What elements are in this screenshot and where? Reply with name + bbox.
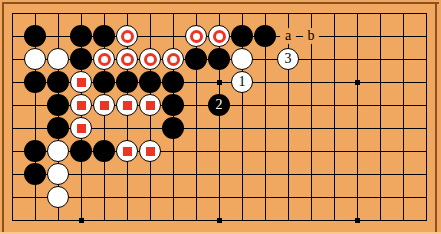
black-stone	[162, 71, 184, 93]
white-stone	[47, 163, 69, 185]
circle-mark	[213, 30, 226, 43]
circle-mark	[121, 30, 134, 43]
star-point	[355, 80, 360, 85]
white-stone-circle-marked	[185, 25, 207, 47]
circle-mark	[98, 53, 111, 66]
black-stone	[254, 25, 276, 47]
black-stone	[47, 117, 69, 139]
black-stone	[231, 25, 253, 47]
board-label-a: a	[280, 28, 296, 44]
white-stone	[47, 186, 69, 208]
white-stone-square-marked	[116, 140, 138, 162]
white-stone	[231, 48, 253, 70]
square-mark	[123, 101, 132, 110]
white-stone-circle-marked	[208, 25, 230, 47]
circle-mark	[121, 53, 134, 66]
black-stone	[93, 71, 115, 93]
board-label-b: b	[303, 28, 319, 44]
black-stone	[24, 163, 46, 185]
board-frame-top	[2, 2, 439, 4]
white-stone-numbered-3: 3	[277, 48, 299, 70]
black-stone-numbered-2: 2	[208, 94, 230, 116]
square-mark	[77, 124, 86, 133]
white-stone	[24, 48, 46, 70]
circle-mark	[144, 53, 157, 66]
black-stone	[208, 48, 230, 70]
white-stone-numbered-1: 1	[231, 71, 253, 93]
black-stone	[93, 140, 115, 162]
board-bottom-edge	[0, 232, 441, 234]
square-mark	[146, 147, 155, 156]
white-stone-circle-marked	[116, 48, 138, 70]
black-stone	[24, 140, 46, 162]
star-point	[217, 80, 222, 85]
black-stone	[47, 94, 69, 116]
black-stone	[162, 117, 184, 139]
star-point	[79, 218, 84, 223]
black-stone	[162, 94, 184, 116]
white-stone-square-marked	[70, 94, 92, 116]
white-stone-circle-marked	[162, 48, 184, 70]
white-stone-circle-marked	[139, 48, 161, 70]
move-number: 2	[216, 98, 223, 112]
white-stone-square-marked	[116, 94, 138, 116]
white-stone	[47, 140, 69, 162]
black-stone	[70, 48, 92, 70]
square-mark	[100, 101, 109, 110]
circle-mark	[190, 30, 203, 43]
black-stone	[185, 48, 207, 70]
square-mark	[146, 101, 155, 110]
white-stone-circle-marked	[116, 25, 138, 47]
star-point	[355, 218, 360, 223]
white-stone-square-marked	[70, 71, 92, 93]
square-mark	[77, 101, 86, 110]
white-stone-square-marked	[70, 117, 92, 139]
star-point	[217, 218, 222, 223]
board-frame-right	[435, 2, 437, 234]
black-stone	[70, 140, 92, 162]
black-stone	[93, 25, 115, 47]
board-frame-left	[2, 2, 4, 234]
move-number: 3	[285, 52, 292, 66]
black-stone	[139, 71, 161, 93]
white-stone-square-marked	[139, 140, 161, 162]
circle-mark	[167, 53, 180, 66]
white-stone-square-marked	[93, 94, 115, 116]
white-stone-square-marked	[139, 94, 161, 116]
square-mark	[123, 147, 132, 156]
square-mark	[77, 78, 86, 87]
black-stone	[116, 71, 138, 93]
white-stone	[47, 48, 69, 70]
black-stone	[24, 25, 46, 47]
white-stone-circle-marked	[93, 48, 115, 70]
black-stone	[24, 71, 46, 93]
move-number: 1	[239, 75, 246, 89]
go-board: 312ab	[0, 0, 441, 234]
black-stone	[47, 71, 69, 93]
black-stone	[70, 25, 92, 47]
